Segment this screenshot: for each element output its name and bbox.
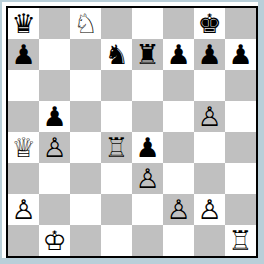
square-e2[interactable] (132, 194, 163, 225)
square-h7[interactable]: ♟ (225, 39, 256, 70)
square-f8[interactable] (163, 8, 194, 39)
chess-board[interactable]: ♛♘♚♟♞♜♟♟♟♟♙♕♙♖♟♙♙♙♙♔♖ (6, 6, 258, 258)
square-h1[interactable]: ♖ (225, 225, 256, 256)
square-f6[interactable] (163, 70, 194, 101)
square-d2[interactable] (101, 194, 132, 225)
square-h4[interactable] (225, 132, 256, 163)
black-pawn-icon: ♟ (197, 39, 221, 70)
square-g8[interactable]: ♚ (194, 8, 225, 39)
black-pawn-icon: ♟ (42, 101, 66, 132)
square-b8[interactable] (39, 8, 70, 39)
square-g1[interactable] (194, 225, 225, 256)
white-pawn-icon: ♙ (197, 194, 221, 225)
square-h6[interactable] (225, 70, 256, 101)
square-b2[interactable] (39, 194, 70, 225)
square-h3[interactable] (225, 163, 256, 194)
square-c3[interactable] (70, 163, 101, 194)
square-e6[interactable] (132, 70, 163, 101)
square-g7[interactable]: ♟ (194, 39, 225, 70)
square-g3[interactable] (194, 163, 225, 194)
white-knight-icon: ♘ (73, 8, 97, 39)
square-a6[interactable] (8, 70, 39, 101)
square-e3[interactable]: ♙ (132, 163, 163, 194)
square-c2[interactable] (70, 194, 101, 225)
square-e1[interactable] (132, 225, 163, 256)
black-queen-icon: ♛ (11, 8, 35, 39)
square-d1[interactable] (101, 225, 132, 256)
square-c6[interactable] (70, 70, 101, 101)
black-rook-icon: ♜ (135, 39, 159, 70)
square-d8[interactable] (101, 8, 132, 39)
white-pawn-icon: ♙ (11, 194, 35, 225)
square-c5[interactable] (70, 101, 101, 132)
square-d7[interactable]: ♞ (101, 39, 132, 70)
square-h2[interactable] (225, 194, 256, 225)
square-c7[interactable] (70, 39, 101, 70)
square-h8[interactable] (225, 8, 256, 39)
square-a2[interactable]: ♙ (8, 194, 39, 225)
square-f2[interactable]: ♙ (163, 194, 194, 225)
square-h5[interactable] (225, 101, 256, 132)
black-pawn-icon: ♟ (135, 132, 159, 163)
square-a7[interactable]: ♟ (8, 39, 39, 70)
square-f1[interactable] (163, 225, 194, 256)
square-f3[interactable] (163, 163, 194, 194)
square-b6[interactable] (39, 70, 70, 101)
black-pawn-icon: ♟ (228, 39, 252, 70)
white-king-icon: ♔ (42, 225, 66, 256)
square-b3[interactable] (39, 163, 70, 194)
square-d4[interactable]: ♖ (101, 132, 132, 163)
square-d3[interactable] (101, 163, 132, 194)
square-g5[interactable]: ♙ (194, 101, 225, 132)
square-c4[interactable] (70, 132, 101, 163)
black-king-icon: ♚ (197, 8, 221, 39)
square-c8[interactable]: ♘ (70, 8, 101, 39)
square-f7[interactable]: ♟ (163, 39, 194, 70)
square-a4[interactable]: ♕ (8, 132, 39, 163)
square-b4[interactable]: ♙ (39, 132, 70, 163)
square-g4[interactable] (194, 132, 225, 163)
white-pawn-icon: ♙ (42, 132, 66, 163)
square-b5[interactable]: ♟ (39, 101, 70, 132)
square-g6[interactable] (194, 70, 225, 101)
white-rook-icon: ♖ (104, 132, 128, 163)
square-e5[interactable] (132, 101, 163, 132)
square-a5[interactable] (8, 101, 39, 132)
square-e8[interactable] (132, 8, 163, 39)
square-a1[interactable] (8, 225, 39, 256)
square-f4[interactable] (163, 132, 194, 163)
white-pawn-icon: ♙ (197, 101, 221, 132)
square-b7[interactable] (39, 39, 70, 70)
black-pawn-icon: ♟ (11, 39, 35, 70)
white-queen-icon: ♕ (11, 132, 35, 163)
square-b1[interactable]: ♔ (39, 225, 70, 256)
square-a3[interactable] (8, 163, 39, 194)
square-g2[interactable]: ♙ (194, 194, 225, 225)
black-pawn-icon: ♟ (166, 39, 190, 70)
white-pawn-icon: ♙ (135, 163, 159, 194)
square-d5[interactable] (101, 101, 132, 132)
square-e4[interactable]: ♟ (132, 132, 163, 163)
square-f5[interactable] (163, 101, 194, 132)
white-pawn-icon: ♙ (166, 194, 190, 225)
chess-diagram: ♛♘♚♟♞♜♟♟♟♟♙♕♙♖♟♙♙♙♙♔♖ (0, 0, 264, 264)
board-mat: ♛♘♚♟♞♜♟♟♟♟♙♕♙♖♟♙♙♙♙♔♖ (2, 2, 258, 258)
white-rook-icon: ♖ (228, 225, 252, 256)
black-knight-icon: ♞ (104, 39, 128, 70)
square-d6[interactable] (101, 70, 132, 101)
square-a8[interactable]: ♛ (8, 8, 39, 39)
square-e7[interactable]: ♜ (132, 39, 163, 70)
square-c1[interactable] (70, 225, 101, 256)
